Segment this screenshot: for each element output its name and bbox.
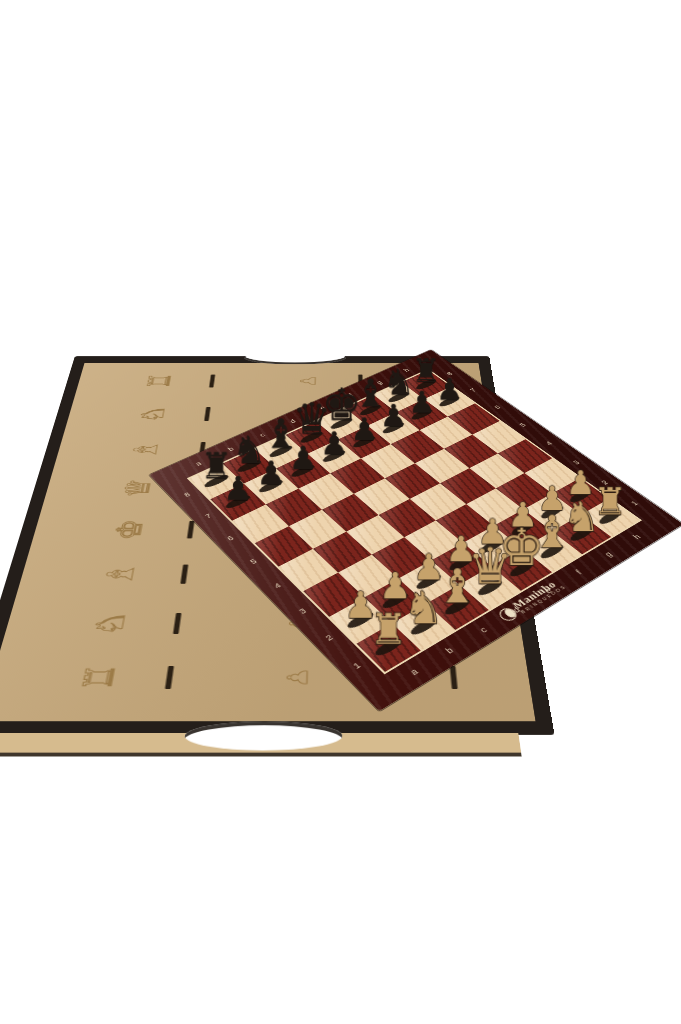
engraved-piece-outline: ♜ <box>143 374 175 389</box>
piece-white-rook: ♜ <box>358 608 420 650</box>
ground-plane: ♜♞♝♛♚♝♞♜♟♟♟♟♟♟♟♟ aabbccddeeffgghh1122334… <box>0 325 681 807</box>
piece-slot <box>359 407 364 421</box>
piece-slot <box>209 375 215 388</box>
piece-slot <box>360 442 365 457</box>
piece-slot <box>187 521 195 539</box>
box-notch-bottom <box>183 721 342 750</box>
box-notch-top <box>244 351 346 364</box>
engraved-piece-outline: ♟ <box>296 408 318 420</box>
engraved-piece-outline: ♟ <box>295 443 317 455</box>
piece-slot <box>173 613 181 634</box>
piece-slot <box>361 480 366 496</box>
engraved-piece-outline: ♝ <box>100 563 140 585</box>
piece-slot <box>180 565 188 584</box>
engraved-piece-outline: ♟ <box>293 481 316 494</box>
piece-black-pawn: ♟ <box>211 472 265 505</box>
engraved-piece-outline: ♚ <box>110 519 148 540</box>
piece-slot <box>165 666 174 689</box>
engraved-piece-outline: ♜ <box>77 664 121 691</box>
piece-slot <box>359 375 364 388</box>
piece-slot <box>450 666 458 689</box>
scene: ♜♞♝♛♚♝♞♜♟♟♟♟♟♟♟♟ aabbccddeeffgghh1122334… <box>0 0 681 1024</box>
piece-slot <box>204 407 210 421</box>
engraved-piece-outline: ♝ <box>128 441 163 459</box>
engraved-piece-outline: ♞ <box>89 611 131 636</box>
engraved-piece-outline: ♞ <box>136 406 169 422</box>
product-photo: ♜♞♝♛♚♝♞♜♟♟♟♟♟♟♟♟ aabbccddeeffgghh1122334… <box>0 0 681 1024</box>
engraved-piece-outline: ♟ <box>298 376 319 387</box>
engraved-piece-outline: ♟ <box>284 668 312 687</box>
engraved-piece-outline: ♛ <box>120 478 156 497</box>
